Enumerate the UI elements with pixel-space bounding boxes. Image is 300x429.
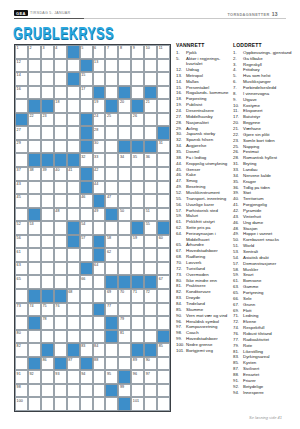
grid-cell[interactable] [54,72,67,86]
grid-cell[interactable] [118,194,131,208]
grid-cell[interactable]: 79 [118,316,131,330]
grid-cell[interactable] [41,397,54,411]
grid-cell[interactable] [41,235,54,249]
grid-cell[interactable] [144,59,157,73]
grid-cell[interactable] [93,221,106,235]
grid-cell[interactable]: 84 [93,343,106,357]
grid-cell[interactable] [54,194,67,208]
grid-cell[interactable]: 95 [105,370,118,384]
grid-cell[interactable] [54,248,67,262]
grid-cell[interactable] [67,140,80,154]
grid-cell[interactable]: 70 [118,289,131,303]
grid-cell[interactable] [28,384,41,398]
grid-cell[interactable]: 55 [144,221,157,235]
grid-cell[interactable]: 20 [118,99,131,113]
grid-cell[interactable] [41,194,54,208]
grid-cell[interactable] [118,126,131,140]
grid-cell[interactable] [144,126,157,140]
clue-number: 24. [176,108,186,113]
clue-text: Robust tilstand [243,331,295,336]
grid-cell[interactable] [105,357,118,371]
grid-cell[interactable] [157,357,170,371]
clue-number: 34. [176,143,186,148]
grid-cell[interactable] [131,330,144,344]
grid-cell[interactable] [131,262,144,276]
grid-cell[interactable]: 88 [93,357,106,371]
grid-cell[interactable] [157,153,170,167]
grid-cell[interactable]: 100 [15,397,28,411]
grid-cell[interactable] [67,370,80,384]
grid-cell[interactable] [54,330,67,344]
grid-cell[interactable] [144,397,157,411]
grid-cell[interactable]: 19 [93,99,106,113]
grid-cell[interactable]: 22 [28,113,41,127]
grid-cell[interactable]: 45 [15,194,28,208]
grid-cell[interactable] [54,316,67,330]
grid-cell[interactable] [67,275,80,289]
grid-cell[interactable] [54,262,67,276]
clue-number: 48. [233,226,243,231]
grid-cell[interactable] [28,248,41,262]
grid-cell[interactable] [118,181,131,195]
grid-cell[interactable] [93,316,106,330]
grid-cell[interactable] [105,86,118,100]
grid-cell[interactable]: 15 [80,72,93,86]
grid-cell[interactable] [67,316,80,330]
grid-cell[interactable] [15,99,28,113]
grid-cell[interactable] [157,72,170,86]
grid-cell[interactable]: 56 [15,235,28,249]
grid-cell[interactable] [157,181,170,195]
clue-number: 91. [233,378,243,383]
grid-cell[interactable] [157,248,170,262]
grid-cell[interactable] [93,275,106,289]
grid-cell[interactable]: 73 [15,303,28,317]
blocked-cell [67,235,80,249]
grid-cell[interactable] [67,208,80,222]
grid-cell[interactable] [41,221,54,235]
grid-cell[interactable] [67,194,80,208]
grid-cell[interactable]: 82 [15,343,28,357]
grid-cell[interactable] [80,330,93,344]
grid-cell[interactable]: 28 [93,126,106,140]
grid-cell[interactable] [144,181,157,195]
grid-cell[interactable] [41,370,54,384]
blocked-cell [157,221,170,235]
blocked-cell [28,153,41,167]
grid-cell[interactable]: 93 [54,370,67,384]
grid-cell[interactable] [105,343,118,357]
grid-cell[interactable]: 74 [28,303,41,317]
grid-cell[interactable] [41,181,54,195]
grid-cell[interactable] [144,113,157,127]
grid-cell[interactable] [80,208,93,222]
grid-cell[interactable] [118,221,131,235]
grid-cell[interactable]: 23 [41,113,54,127]
grid-cell[interactable] [118,167,131,181]
grid-cell[interactable] [157,86,170,100]
grid-cell[interactable] [28,194,41,208]
grid-cell[interactable]: 60 [157,235,170,249]
grid-cell[interactable] [67,248,80,262]
grid-cell[interactable] [67,397,80,411]
grid-cell[interactable]: 58 [105,235,118,249]
grid-cell[interactable] [157,262,170,276]
grid-cell[interactable] [144,303,157,317]
grid-cell[interactable] [41,140,54,154]
grid-cell[interactable] [118,113,131,127]
clue-text: Løvverk [186,260,231,265]
grid-cell[interactable]: 77 [105,303,118,317]
grid-cell[interactable]: 11 [157,45,170,59]
grid-cell[interactable] [131,86,144,100]
grid-cell[interactable]: 54 [80,221,93,235]
grid-cell[interactable]: 5 [80,45,93,59]
clue-number: 56. [176,202,186,207]
grid-cell[interactable] [157,208,170,222]
clue-number: 84. [176,301,186,306]
grid-cell[interactable]: 16 [15,86,28,100]
grid-cell[interactable] [54,384,67,398]
grid-cell[interactable] [144,262,157,276]
blocked-cell [54,289,67,303]
grid-cell[interactable] [41,59,54,73]
grid-cell[interactable]: 91 [15,370,28,384]
grid-cell[interactable]: 87 [67,357,80,371]
grid-cell[interactable]: 66 [80,275,93,289]
grid-cell[interactable]: 27 [15,126,28,140]
grid-cell[interactable] [105,126,118,140]
grid-cell[interactable]: 18 [54,99,67,113]
grid-cell[interactable] [41,126,54,140]
grid-cell[interactable]: 51 [144,208,157,222]
grid-cell[interactable] [131,248,144,262]
grid-cell[interactable] [15,153,28,167]
cell-number: 76 [55,304,59,308]
clue-text: Japansk storby [186,131,231,136]
grid-cell[interactable]: 8 [118,45,131,59]
grid-cell[interactable]: 97 [144,370,157,384]
grid-cell[interactable] [67,126,80,140]
grid-cell[interactable] [80,248,93,262]
grid-cell[interactable]: 34 [118,153,131,167]
grid-cell[interactable] [105,59,118,73]
grid-cell[interactable] [67,303,80,317]
grid-cell[interactable] [105,140,118,154]
grid-cell[interactable]: 75 [41,303,54,317]
grid-cell[interactable]: 71 [131,289,144,303]
grid-cell[interactable] [105,181,118,195]
grid-cell[interactable] [15,208,28,222]
grid-cell[interactable] [144,72,157,86]
grid-cell[interactable]: 25 [105,113,118,127]
grid-cell[interactable] [28,86,41,100]
grid-cell[interactable] [41,262,54,276]
grid-cell[interactable] [67,86,80,100]
grid-cell[interactable]: 9 [131,45,144,59]
grid-cell[interactable] [67,330,80,344]
grid-cell[interactable] [131,384,144,398]
clue-text: Genser [186,167,231,172]
grid-cell[interactable] [105,167,118,181]
clue-number: 57. [176,208,186,213]
grid-cell[interactable] [41,86,54,100]
clue-number: 82. [176,289,186,294]
grid-cell[interactable] [157,316,170,330]
grid-cell[interactable] [157,370,170,384]
grid-cell[interactable]: 7 [105,45,118,59]
grid-cell[interactable]: 59 [131,235,144,249]
grid-cell[interactable] [67,262,80,276]
grid-cell[interactable] [118,262,131,276]
grid-cell[interactable]: 21 [144,99,157,113]
clue-number: 65. [233,290,243,295]
grid-cell[interactable] [15,357,28,371]
grid-cell[interactable] [28,262,41,276]
grid-cell[interactable]: 10 [144,45,157,59]
grid-cell[interactable] [80,397,93,411]
grid-cell[interactable]: 38 [28,167,41,181]
grid-cell[interactable] [105,221,118,235]
grid-cell[interactable] [28,275,41,289]
grid-cell[interactable] [131,316,144,330]
grid-cell[interactable] [28,72,41,86]
grid-cell[interactable] [144,316,157,330]
grid-cell[interactable] [80,289,93,303]
page-number: 13 [272,11,278,17]
grid-cell[interactable] [54,181,67,195]
grid-cell[interactable] [28,343,41,357]
grid-cell[interactable]: 47 [105,194,118,208]
grid-cell[interactable] [67,113,80,127]
grid-cell[interactable]: 89 [131,357,144,371]
grid-cell[interactable]: 42 [93,167,106,181]
grid-cell[interactable] [93,397,106,411]
grid-cell[interactable] [41,330,54,344]
grid-cell[interactable]: 57 [80,235,93,249]
grid-cell[interactable] [67,99,80,113]
grid-cell[interactable] [54,59,67,73]
blocked-cell [28,357,41,371]
grid-cell[interactable] [54,140,67,154]
grid-cell[interactable]: 26 [131,113,144,127]
grid-cell[interactable] [131,126,144,140]
grid-cell[interactable] [144,248,157,262]
grid-cell[interactable] [54,126,67,140]
grid-cell[interactable] [80,316,93,330]
grid-cell[interactable]: 72 [144,289,157,303]
grid-cell[interactable] [157,397,170,411]
grid-cell[interactable] [131,72,144,86]
grid-cell[interactable] [157,289,170,303]
grid-cell[interactable]: 49 [93,208,106,222]
grid-cell[interactable] [28,235,41,249]
grid-cell[interactable] [93,384,106,398]
grid-cell[interactable]: 76 [54,303,67,317]
grid-cell[interactable]: 78 [41,316,54,330]
grid-cell[interactable]: 32 [80,153,93,167]
grid-cell[interactable] [144,235,157,249]
grid-cell[interactable] [54,275,67,289]
grid-cell[interactable] [144,167,157,181]
grid-cell[interactable]: 39 [41,167,54,181]
grid-cell[interactable] [118,357,131,371]
grid-cell[interactable]: 86 [41,357,54,371]
grid-cell[interactable] [131,181,144,195]
grid-cell[interactable]: 63 [15,262,28,276]
grid-cell[interactable] [15,316,28,330]
grid-cell[interactable]: 69 [105,289,118,303]
grid-cell[interactable]: 81 [118,330,131,344]
grid-cell[interactable] [15,289,28,303]
grid-cell[interactable]: 61 [15,248,28,262]
grid-cell[interactable] [28,126,41,140]
grid-cell[interactable]: 50 [118,208,131,222]
grid-cell[interactable]: 48 [54,208,67,222]
grid-cell[interactable] [157,384,170,398]
grid-cell[interactable] [118,248,131,262]
grid-cell[interactable] [131,208,144,222]
grid-cell[interactable] [131,167,144,181]
grid-cell[interactable] [144,330,157,344]
grid-cell[interactable] [105,153,118,167]
grid-cell[interactable] [54,86,67,100]
clue-entry: 71.Ledning [233,313,295,318]
grid-cell[interactable]: 94 [80,370,93,384]
grid-cell[interactable]: 101 [131,397,144,411]
grid-cell[interactable] [67,181,80,195]
grid-cell[interactable] [131,59,144,73]
grid-cell[interactable]: 13 [93,59,106,73]
grid-cell[interactable] [67,384,80,398]
grid-cell[interactable] [28,330,41,344]
clue-number: 36. [233,185,243,190]
cell-number: 24 [94,114,98,118]
grid-cell[interactable] [80,303,93,317]
grid-cell[interactable] [54,235,67,249]
grid-cell[interactable]: 67 [157,275,170,289]
grid-cell[interactable]: 98 [15,384,28,398]
grid-cell[interactable] [157,303,170,317]
grid-cell[interactable]: 90 [144,357,157,371]
grid-cell[interactable]: 29 [15,140,28,154]
grid-cell[interactable]: 68 [67,289,80,303]
crossword-grid[interactable]: 1234567891011121314151617181920212223242… [14,44,171,412]
grid-cell[interactable] [105,72,118,86]
grid-cell[interactable] [67,59,80,73]
grid-cell[interactable] [157,194,170,208]
grid-cell[interactable]: 43 [15,181,28,195]
clue-number: 13. [176,73,186,78]
grid-cell[interactable] [144,194,157,208]
grid-cell[interactable]: 1 [15,45,28,59]
grid-cell[interactable]: 41 [67,167,80,181]
grid-cell[interactable]: 99 [118,384,131,398]
grid-cell[interactable] [105,262,118,276]
cell-number: 40 [55,168,59,172]
clue-number: 15. [176,85,186,90]
grid-cell[interactable] [80,384,93,398]
grid-cell[interactable]: 36 [144,153,157,167]
grid-cell[interactable]: 33 [93,153,106,167]
grid-cell[interactable] [80,99,93,113]
grid-cell[interactable]: 52 [15,221,28,235]
grid-cell[interactable] [54,397,67,411]
grid-cell[interactable]: 85 [157,343,170,357]
grid-cell[interactable] [41,248,54,262]
grid-cell[interactable] [93,289,106,303]
grid-cell[interactable]: 3 [41,45,54,59]
clue-entry: 87.Sivilisert [233,366,295,371]
grid-cell[interactable]: 2 [28,45,41,59]
grid-cell[interactable]: 40 [54,167,67,181]
grid-cell[interactable]: 44 [93,181,106,195]
cell-number: 23 [42,114,46,118]
grid-cell[interactable] [118,235,131,249]
grid-cell[interactable] [157,167,170,181]
grid-cell[interactable]: 46 [80,194,93,208]
grid-cell[interactable] [118,59,131,73]
grid-cell[interactable] [28,140,41,154]
grid-cell[interactable] [41,384,54,398]
grid-cell[interactable]: 37 [15,167,28,181]
grid-cell[interactable] [131,194,144,208]
grid-cell[interactable]: 96 [131,370,144,384]
grid-cell[interactable] [93,72,106,86]
grid-cell[interactable] [93,330,106,344]
grid-cell[interactable]: 30 [93,140,106,154]
clue-number: 54. [233,255,243,260]
grid-cell[interactable]: 24 [93,113,106,127]
grid-cell[interactable]: 31 [157,140,170,154]
newspaper-logo: GEA [14,10,28,16]
grid-cell[interactable]: 65 [15,275,28,289]
grid-cell[interactable] [118,303,131,317]
grid-cell[interactable]: 62 [105,248,118,262]
grid-cell[interactable] [118,343,131,357]
grid-cell[interactable] [144,384,157,398]
grid-cell[interactable]: 17 [80,86,93,100]
grid-cell[interactable]: 80 [15,330,28,344]
grid-cell[interactable] [157,99,170,113]
grid-cell[interactable]: 53 [28,221,41,235]
grid-cell[interactable] [54,113,67,127]
grid-cell[interactable]: 12 [15,59,28,73]
grid-cell[interactable] [131,303,144,317]
grid-cell[interactable] [41,275,54,289]
grid-cell[interactable]: 35 [131,153,144,167]
grid-cell[interactable] [54,343,67,357]
grid-cell[interactable] [157,59,170,73]
grid-cell[interactable] [28,59,41,73]
grid-cell[interactable] [41,208,54,222]
grid-cell[interactable]: 4 [54,45,67,59]
grid-cell[interactable] [105,397,118,411]
grid-cell[interactable]: 64 [93,262,106,276]
clue-entry: 61.Prikkfritt utstyrt [176,219,231,224]
grid-cell[interactable]: 92 [28,370,41,384]
grid-cell[interactable] [93,370,106,384]
grid-cell[interactable] [28,397,41,411]
grid-cell[interactable] [157,113,170,127]
grid-cell[interactable]: 14 [15,72,28,86]
grid-cell[interactable]: 83 [80,343,93,357]
grid-cell[interactable] [28,181,41,195]
grid-cell[interactable] [54,221,67,235]
grid-cell[interactable]: 6 [93,45,106,59]
grid-cell[interactable] [118,72,131,86]
grid-cell[interactable] [41,72,54,86]
